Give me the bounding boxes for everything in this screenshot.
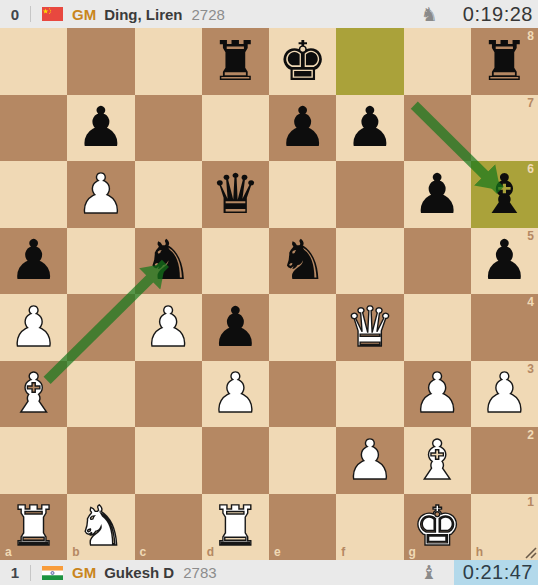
piece-white-pawn[interactable]: ♟ <box>404 361 471 428</box>
piece-white-pawn[interactable]: ♟ <box>336 427 403 494</box>
square-d2[interactable] <box>202 427 269 494</box>
player-title-bottom: GM <box>72 564 96 581</box>
piece-white-pawn[interactable]: ♟ <box>0 294 67 361</box>
piece-black-pawn[interactable]: ♟ <box>404 161 471 228</box>
piece-black-pawn[interactable]: ♟ <box>67 95 134 162</box>
player-rating-top: 2728 <box>192 6 225 23</box>
square-h4[interactable] <box>471 294 538 361</box>
player-rating-bottom: 2783 <box>183 564 216 581</box>
captured-bishop-icon: ♝ <box>421 563 438 582</box>
piece-black-knight[interactable]: ♞ <box>135 228 202 295</box>
square-a7[interactable] <box>0 95 67 162</box>
player-bar-top: 0 GM Ding, Liren 2728 ♞ 0:19:28 <box>0 0 538 28</box>
clock-top: 0:19:28 <box>454 0 538 28</box>
square-c2[interactable] <box>135 427 202 494</box>
match-score-top: 0 <box>0 6 30 23</box>
square-c8[interactable] <box>135 28 202 95</box>
square-f4[interactable]: ♛ <box>336 294 403 361</box>
square-c7[interactable] <box>135 95 202 162</box>
square-g6[interactable]: ♟ <box>404 161 471 228</box>
square-b7[interactable]: ♟ <box>67 95 134 162</box>
flag-china <box>42 7 63 21</box>
piece-white-pawn[interactable]: ♟ <box>202 361 269 428</box>
piece-black-pawn[interactable]: ♟ <box>471 228 538 295</box>
square-b2[interactable] <box>67 427 134 494</box>
square-c3[interactable] <box>135 361 202 428</box>
square-e1[interactable] <box>269 494 336 561</box>
captured-knight-icon: ♞ <box>421 5 438 24</box>
square-a2[interactable] <box>0 427 67 494</box>
square-e7[interactable]: ♟ <box>269 95 336 162</box>
piece-black-king[interactable]: ♚ <box>269 28 336 95</box>
piece-black-rook[interactable]: ♜ <box>471 28 538 95</box>
square-d3[interactable]: ♟ <box>202 361 269 428</box>
square-a5[interactable]: ♟ <box>0 228 67 295</box>
square-h6[interactable]: ♝ <box>471 161 538 228</box>
player-bar-bottom: 1 GM Gukesh D 2783 ♝ 0:21:47 <box>0 560 538 585</box>
bar-divider <box>30 6 31 22</box>
player-name-top[interactable]: Ding, Liren <box>104 6 182 23</box>
square-g5[interactable] <box>404 228 471 295</box>
square-e2[interactable] <box>269 427 336 494</box>
square-d8[interactable]: ♜ <box>202 28 269 95</box>
square-g1[interactable]: ♚ <box>404 494 471 561</box>
piece-black-bishop[interactable]: ♝ <box>471 161 538 228</box>
piece-white-pawn[interactable]: ♟ <box>471 361 538 428</box>
square-b8[interactable] <box>67 28 134 95</box>
piece-white-pawn[interactable]: ♟ <box>135 294 202 361</box>
square-d7[interactable] <box>202 95 269 162</box>
square-c1[interactable] <box>135 494 202 561</box>
piece-white-queen[interactable]: ♛ <box>336 294 403 361</box>
square-e8[interactable]: ♚ <box>269 28 336 95</box>
square-f8[interactable] <box>336 28 403 95</box>
piece-white-rook[interactable]: ♜ <box>0 494 67 561</box>
clock-bottom: 0:21:47 <box>454 560 538 585</box>
square-d6[interactable]: ♛ <box>202 161 269 228</box>
bar-divider <box>30 565 31 581</box>
square-d4[interactable]: ♟ <box>202 294 269 361</box>
square-c5[interactable]: ♞ <box>135 228 202 295</box>
square-h7[interactable] <box>471 95 538 162</box>
square-f3[interactable] <box>336 361 403 428</box>
square-f7[interactable]: ♟ <box>336 95 403 162</box>
piece-black-queen[interactable]: ♛ <box>202 161 269 228</box>
square-c6[interactable] <box>135 161 202 228</box>
square-h3[interactable]: ♟ <box>471 361 538 428</box>
square-g2[interactable]: ♝ <box>404 427 471 494</box>
piece-black-pawn[interactable]: ♟ <box>0 228 67 295</box>
chess-board: ♜♚♜♟♟♟♟♛♟♝♟♞♞♟♟♟♟♛♝♟♟♟♟♝♜♞♜♚ 12345678abc… <box>0 28 538 560</box>
square-b3[interactable] <box>67 361 134 428</box>
square-f2[interactable]: ♟ <box>336 427 403 494</box>
square-f6[interactable] <box>336 161 403 228</box>
square-b1[interactable]: ♞ <box>67 494 134 561</box>
square-e5[interactable]: ♞ <box>269 228 336 295</box>
square-f5[interactable] <box>336 228 403 295</box>
square-a1[interactable]: ♜ <box>0 494 67 561</box>
piece-white-knight[interactable]: ♞ <box>67 494 134 561</box>
square-b6[interactable]: ♟ <box>67 161 134 228</box>
piece-black-pawn[interactable]: ♟ <box>269 95 336 162</box>
square-b5[interactable] <box>67 228 134 295</box>
square-e4[interactable] <box>269 294 336 361</box>
piece-white-rook[interactable]: ♜ <box>202 494 269 561</box>
square-g3[interactable]: ♟ <box>404 361 471 428</box>
square-h5[interactable]: ♟ <box>471 228 538 295</box>
player-name-bottom[interactable]: Gukesh D <box>104 564 174 581</box>
square-a6[interactable] <box>0 161 67 228</box>
piece-white-pawn[interactable]: ♟ <box>67 161 134 228</box>
square-h8[interactable]: ♜ <box>471 28 538 95</box>
piece-black-rook[interactable]: ♜ <box>202 28 269 95</box>
piece-white-bishop[interactable]: ♝ <box>0 361 67 428</box>
piece-white-bishop[interactable]: ♝ <box>404 427 471 494</box>
piece-white-king[interactable]: ♚ <box>404 494 471 561</box>
board-grid: ♜♚♜♟♟♟♟♛♟♝♟♞♞♟♟♟♟♛♝♟♟♟♟♝♜♞♜♚ <box>0 28 538 560</box>
flag-india <box>42 566 63 580</box>
player-title-top: GM <box>72 6 96 23</box>
match-score-bottom: 1 <box>0 564 30 581</box>
board-resize-handle[interactable] <box>524 546 537 559</box>
square-g8[interactable] <box>404 28 471 95</box>
square-a8[interactable] <box>0 28 67 95</box>
square-d1[interactable]: ♜ <box>202 494 269 561</box>
square-e3[interactable] <box>269 361 336 428</box>
square-a4[interactable]: ♟ <box>0 294 67 361</box>
piece-black-pawn[interactable]: ♟ <box>202 294 269 361</box>
square-b4[interactable] <box>67 294 134 361</box>
square-h2[interactable] <box>471 427 538 494</box>
square-a3[interactable]: ♝ <box>0 361 67 428</box>
square-g7[interactable] <box>404 95 471 162</box>
piece-black-pawn[interactable]: ♟ <box>336 95 403 162</box>
square-e6[interactable] <box>269 161 336 228</box>
piece-black-knight[interactable]: ♞ <box>269 228 336 295</box>
square-g4[interactable] <box>404 294 471 361</box>
square-d5[interactable] <box>202 228 269 295</box>
chess-broadcast-app: 0 GM Ding, Liren 2728 ♞ 0:19:28 ♜♚♜♟♟♟♟♛… <box>0 0 538 585</box>
square-c4[interactable]: ♟ <box>135 294 202 361</box>
square-f1[interactable] <box>336 494 403 561</box>
